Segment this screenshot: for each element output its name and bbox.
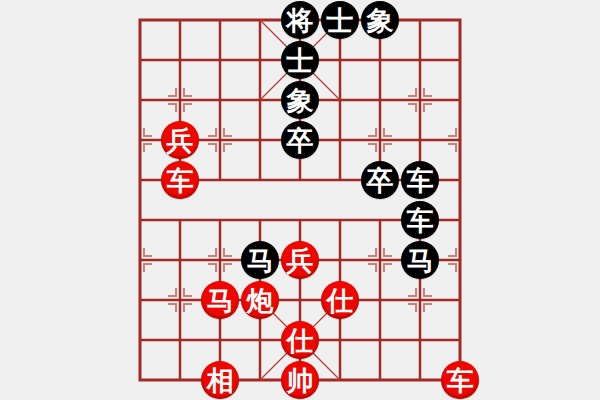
piece-black-rook-2[interactable]: 车 — [401, 201, 439, 239]
piece-black-elephant-1[interactable]: 象 — [361, 1, 399, 39]
piece-black-pawn-2[interactable]: 卒 — [361, 161, 399, 199]
piece-black-advisor-2[interactable]: 士 — [281, 41, 319, 79]
piece-red-elephant[interactable]: 相 — [201, 361, 239, 399]
xiangqi-board: 将士象士象卒卒车车马马兵车兵马炮仕仕相帅车 — [0, 0, 600, 400]
piece-black-horse-1[interactable]: 马 — [241, 241, 279, 279]
piece-red-pawn-2[interactable]: 兵 — [281, 241, 319, 279]
piece-black-elephant-2[interactable]: 象 — [281, 81, 319, 119]
pieces-layer: 将士象士象卒卒车车马马兵车兵马炮仕仕相帅车 — [120, 0, 480, 400]
piece-red-cannon[interactable]: 炮 — [241, 281, 279, 319]
piece-black-advisor-1[interactable]: 士 — [321, 1, 359, 39]
piece-black-general[interactable]: 将 — [281, 1, 319, 39]
piece-black-horse-2[interactable]: 马 — [401, 241, 439, 279]
piece-red-advisor-1[interactable]: 仕 — [321, 281, 359, 319]
piece-black-pawn-1[interactable]: 卒 — [281, 121, 319, 159]
piece-red-general[interactable]: 帅 — [281, 361, 319, 399]
piece-red-pawn-1[interactable]: 兵 — [161, 121, 199, 159]
piece-red-rook-1[interactable]: 车 — [161, 161, 199, 199]
piece-black-rook-1[interactable]: 车 — [401, 161, 439, 199]
piece-red-rook-2[interactable]: 车 — [441, 361, 479, 399]
piece-red-horse[interactable]: 马 — [201, 281, 239, 319]
piece-red-advisor-2[interactable]: 仕 — [281, 321, 319, 359]
